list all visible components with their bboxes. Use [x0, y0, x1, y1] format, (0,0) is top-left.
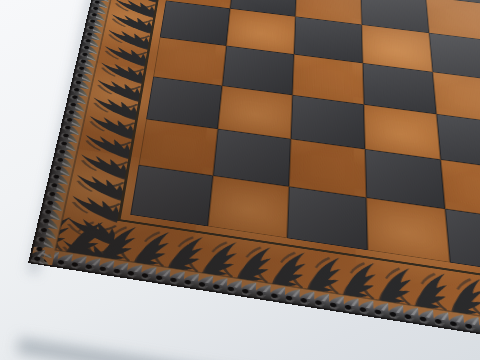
board-shadow: [17, 338, 480, 360]
photo-background: [0, 0, 480, 360]
chess-board: [28, 0, 480, 360]
